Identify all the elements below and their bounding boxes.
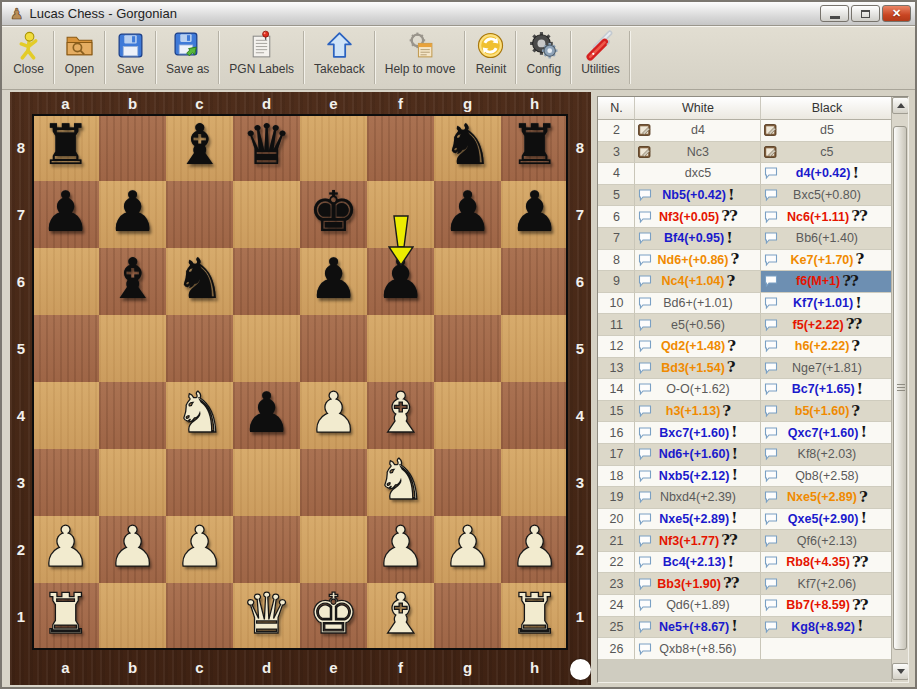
move-cell-15-black[interactable]: b5(+1.60)?	[761, 401, 893, 423]
rank-label-left-5: 5	[10, 315, 32, 382]
file-label-bottom-b: b	[99, 650, 166, 685]
move-text: f5(+2.22)	[793, 318, 844, 332]
comment-bubble-icon	[638, 556, 652, 569]
nag-mark: ?	[855, 252, 863, 267]
comment-bubble-icon	[764, 297, 778, 310]
window-title: Lucas Chess - Gorgonian	[29, 6, 176, 21]
black-king[interactable]: ♚	[308, 184, 358, 240]
move-cell-9-white[interactable]: Nc4(+1.04)?	[635, 271, 761, 293]
nag-mark: !	[728, 555, 734, 570]
square-a2[interactable]: ♟	[32, 516, 99, 583]
move-cell-14-black[interactable]: Bc7(+1.65)!	[761, 379, 893, 401]
move-text: Kf7(+2.06)	[798, 577, 857, 591]
square-f5[interactable]	[367, 315, 434, 382]
move-cell-24-white[interactable]: Qd6(+1.89)	[635, 595, 761, 617]
move-row-21: 21Nf3(+1.77)??Qf6(+2.13)	[598, 530, 908, 552]
move-text: Nd6+(+0.86)	[658, 253, 729, 267]
move-cell-7-black[interactable]: Bb6(+1.40)	[761, 228, 893, 250]
reinit-button[interactable]: Reinit	[466, 26, 515, 89]
black-bishop[interactable]: ♝	[174, 117, 224, 173]
toolbar-button-label: Utilities	[581, 62, 620, 76]
square-g5[interactable]	[434, 315, 501, 382]
square-e2[interactable]	[300, 516, 367, 583]
square-c4[interactable]: ♞	[166, 382, 233, 449]
nag-mark: ??	[852, 555, 868, 570]
move-cell-16-white[interactable]: Bxc7(+1.60)!	[635, 422, 761, 444]
move-cell-16-black[interactable]: Qxc7(+1.60)!	[761, 422, 893, 444]
square-a6[interactable]	[32, 248, 99, 315]
black-pawn[interactable]: ♟	[375, 251, 425, 307]
square-h3[interactable]	[501, 449, 568, 516]
nag-mark: ??	[721, 209, 737, 224]
square-d7[interactable]	[233, 181, 300, 248]
move-row-7: 7Bf4(+0.95)!Bb6(+1.40)	[598, 228, 908, 250]
scrollbar-thumb[interactable]	[893, 126, 907, 650]
square-h6[interactable]	[501, 248, 568, 315]
save-button[interactable]: Save	[106, 26, 155, 89]
move-cell-12-white[interactable]: Qd2(+1.48)?	[635, 336, 761, 358]
move-cell-21-black[interactable]: Qf6(+2.13)	[761, 530, 893, 552]
rank-label-left-8: 8	[10, 114, 32, 181]
square-c5[interactable]	[166, 315, 233, 382]
rank-label-left-7: 7	[10, 181, 32, 248]
black-pawn[interactable]: ♟	[509, 184, 559, 240]
move-text: Nxb5(+2.12)	[659, 469, 730, 483]
black-pawn[interactable]: ♟	[442, 184, 492, 240]
move-number-3: 3	[598, 142, 635, 164]
moves-table-header: N. White Black	[598, 97, 908, 120]
move-cell-3-black[interactable]: c5	[761, 142, 893, 164]
help-to-move-button[interactable]: Help to move	[376, 26, 465, 89]
move-cell-25-white[interactable]: Ne5+(+8.67)!	[635, 617, 761, 639]
nag-mark: ?	[851, 339, 859, 354]
white-queen[interactable]: ♛	[241, 586, 291, 642]
board-corner	[568, 650, 592, 685]
square-a5[interactable]	[32, 315, 99, 382]
white-rook[interactable]: ♜	[509, 586, 559, 642]
comment-bubble-icon	[638, 340, 652, 353]
move-cell-5-black[interactable]: Bxc5(+0.80)	[761, 185, 893, 207]
move-text: Kf7(+1.01)	[793, 296, 853, 310]
comment-bubble-icon	[764, 599, 778, 612]
maximize-icon	[861, 10, 870, 18]
move-text: Bb7(+8.59)	[786, 598, 850, 612]
move-text: dxc5	[685, 166, 711, 180]
move-cell-20-black[interactable]: Qxe5(+2.90)!	[761, 509, 893, 531]
square-c8[interactable]: ♝	[166, 114, 233, 181]
black-pawn[interactable]: ♟	[107, 184, 157, 240]
square-g4[interactable]	[434, 382, 501, 449]
square-b7[interactable]: ♟	[99, 181, 166, 248]
comment-bubble-icon	[764, 448, 778, 461]
rank-label-left-6: 6	[10, 248, 32, 315]
nag-mark: ?	[730, 252, 738, 267]
square-b6[interactable]: ♝	[99, 248, 166, 315]
nag-mark: ??	[846, 317, 862, 332]
white-pawn[interactable]: ♟	[509, 519, 559, 575]
square-b4[interactable]	[99, 382, 166, 449]
square-g6[interactable]	[434, 248, 501, 315]
comment-bubble-icon	[764, 512, 778, 525]
move-cell-24-black[interactable]: Bb7(+8.59)??	[761, 595, 893, 617]
minimize-button[interactable]	[820, 5, 849, 22]
white-pawn[interactable]: ♟	[442, 519, 492, 575]
move-cell-18-white[interactable]: Nxb5(+2.12)!	[635, 466, 761, 488]
close-icon: ✕	[892, 8, 901, 19]
vertical-scrollbar[interactable]	[891, 97, 908, 682]
white-bishop[interactable]: ♝	[375, 385, 425, 441]
square-d5[interactable]	[233, 315, 300, 382]
square-b3[interactable]	[99, 449, 166, 516]
annotation-icon	[638, 124, 652, 137]
comment-bubble-icon	[638, 275, 652, 288]
square-h2[interactable]: ♟	[501, 516, 568, 583]
square-h7[interactable]: ♟	[501, 181, 568, 248]
square-e3[interactable]	[300, 449, 367, 516]
square-e7[interactable]: ♚	[300, 181, 367, 248]
move-text: O-O(+1.62)	[666, 382, 730, 396]
move-cell-5-white[interactable]: Nb5(+0.42)!	[635, 185, 761, 207]
reinit-icon	[475, 30, 506, 61]
move-cell-26-white[interactable]: Qxb8+(+8.56)	[635, 638, 761, 660]
square-b2[interactable]: ♟	[99, 516, 166, 583]
square-e5[interactable]	[300, 315, 367, 382]
black-knight[interactable]: ♞	[442, 117, 492, 173]
square-e1[interactable]: ♚	[300, 583, 367, 650]
move-row-3: 3Nc3c5	[598, 142, 908, 164]
square-g1[interactable]	[434, 583, 501, 650]
black-rook[interactable]: ♜	[509, 117, 559, 173]
file-label-bottom-d: d	[233, 650, 300, 685]
open-button[interactable]: Open	[55, 26, 104, 89]
square-d2[interactable]	[233, 516, 300, 583]
nag-mark: ?	[851, 404, 859, 419]
takeback-button[interactable]: Takeback	[305, 26, 374, 89]
move-text: Nc3	[687, 145, 709, 159]
square-d6[interactable]	[233, 248, 300, 315]
move-cell-8-white[interactable]: Nd6+(+0.86)?	[635, 250, 761, 272]
move-row-16: 16Bxc7(+1.60)!Qxc7(+1.60)!	[598, 422, 908, 444]
move-cell-22-white[interactable]: Bc4(+2.13)!	[635, 552, 761, 574]
move-cell-9-black[interactable]: f6(M+1)??	[761, 271, 893, 293]
move-text: Nc4(+1.04)	[662, 274, 725, 288]
square-b8[interactable]	[99, 114, 166, 181]
move-text: Bb6(+1.40)	[796, 231, 858, 245]
move-row-14: 14O-O(+1.62)Bc7(+1.65)!	[598, 379, 908, 401]
square-c3[interactable]	[166, 449, 233, 516]
square-c6[interactable]: ♞	[166, 248, 233, 315]
move-text: Qxb8+(+8.56)	[659, 642, 736, 656]
square-f1[interactable]: ♝	[367, 583, 434, 650]
comment-bubble-icon	[764, 210, 778, 223]
move-number-13: 13	[598, 358, 635, 380]
square-d1[interactable]: ♛	[233, 583, 300, 650]
move-cell-7-white[interactable]: Bf4(+0.95)!	[635, 228, 761, 250]
black-pawn[interactable]: ♟	[40, 184, 90, 240]
rank-label-left-4: 4	[10, 382, 32, 449]
move-cell-23-white[interactable]: Bb3(+1.90)??	[635, 573, 761, 595]
move-row-20: 20Nxe5(+2.89)!Qxe5(+2.90)!	[598, 509, 908, 531]
nag-mark: ?	[727, 360, 735, 375]
move-cell-20-white[interactable]: Nxe5(+2.89)!	[635, 509, 761, 531]
black-rook[interactable]: ♜	[40, 117, 90, 173]
save-floppy-icon	[115, 30, 146, 61]
white-knight[interactable]: ♞	[375, 452, 425, 508]
square-f3[interactable]: ♞	[367, 449, 434, 516]
comment-bubble-icon	[638, 491, 652, 504]
minimize-icon	[830, 16, 840, 19]
comment-bubble-icon	[638, 405, 652, 418]
square-h4[interactable]	[501, 382, 568, 449]
move-cell-4-white[interactable]: dxc5	[635, 163, 761, 185]
square-d8[interactable]: ♛	[233, 114, 300, 181]
square-a1[interactable]: ♜	[32, 583, 99, 650]
nag-mark: !	[852, 166, 858, 181]
square-f8[interactable]	[367, 114, 434, 181]
square-c1[interactable]	[166, 583, 233, 650]
rank-label-right-8: 8	[568, 114, 592, 181]
moves-rows: 2d4d53Nc3c54dxc5d4(+0.42)!5Nb5(+0.42)!Bx…	[598, 120, 908, 660]
move-number-5: 5	[598, 185, 635, 207]
rank-label-right-2: 2	[568, 516, 592, 583]
comment-bubble-icon	[764, 361, 778, 374]
move-text: b5(+1.60)	[795, 404, 850, 418]
nag-mark: !	[728, 188, 734, 203]
square-h1[interactable]: ♜	[501, 583, 568, 650]
white-pawn[interactable]: ♟	[375, 519, 425, 575]
move-number-9: 9	[598, 271, 635, 293]
nag-mark: !	[731, 619, 737, 634]
move-text: c5	[820, 145, 833, 159]
rank-label-right-5: 5	[568, 315, 592, 382]
comment-bubble-icon	[638, 534, 652, 547]
square-g8[interactable]: ♞	[434, 114, 501, 181]
nag-mark: ??	[842, 274, 858, 289]
pgn-labels-icon	[246, 30, 277, 61]
white-rook[interactable]: ♜	[40, 586, 90, 642]
move-cell-4-black[interactable]: d4(+0.42)!	[761, 163, 893, 185]
move-text: Bd3(+1.54)	[661, 361, 725, 375]
square-a8[interactable]: ♜	[32, 114, 99, 181]
square-g7[interactable]: ♟	[434, 181, 501, 248]
white-bishop[interactable]: ♝	[375, 586, 425, 642]
move-cell-8-black[interactable]: Ke7(+1.70)?	[761, 250, 893, 272]
move-cell-22-black[interactable]: Rb8(+4.35)??	[761, 552, 893, 574]
square-f2[interactable]: ♟	[367, 516, 434, 583]
square-d4[interactable]: ♟	[233, 382, 300, 449]
toolbar-button-label: Save	[117, 62, 144, 76]
move-number-24: 24	[598, 595, 635, 617]
black-bishop[interactable]: ♝	[107, 251, 157, 307]
black-pawn[interactable]: ♟	[241, 385, 291, 441]
move-cell-17-black[interactable]: Kf8(+2.03)	[761, 444, 893, 466]
move-cell-11-white[interactable]: e5(+0.56)	[635, 314, 761, 336]
move-cell-2-white[interactable]: d4	[635, 120, 761, 142]
move-text: e5(+0.56)	[671, 318, 725, 332]
move-number-25: 25	[598, 617, 635, 639]
nag-mark: ?	[727, 339, 735, 354]
comment-bubble-icon	[764, 556, 778, 569]
move-cell-12-black[interactable]: h6(+2.22)?	[761, 336, 893, 358]
move-text: Nge7(+1.81)	[792, 361, 862, 375]
move-number-10: 10	[598, 293, 635, 315]
black-knight[interactable]: ♞	[174, 251, 224, 307]
move-cell-19-black[interactable]: Nxe5(+2.89)?	[761, 487, 893, 509]
move-cell-15-white[interactable]: h3(+1.13)?	[635, 401, 761, 423]
white-pawn[interactable]: ♟	[174, 519, 224, 575]
close-button[interactable]: ✕	[882, 5, 911, 22]
comment-bubble-icon	[764, 340, 778, 353]
move-text: Qxc7(+1.60)	[788, 426, 859, 440]
move-cell-23-black[interactable]: Kf7(+2.06)	[761, 573, 893, 595]
move-text: Qb8(+2.58)	[795, 469, 859, 483]
comment-bubble-icon	[764, 620, 778, 633]
file-label-top-e: e	[300, 92, 367, 114]
square-f4[interactable]: ♝	[367, 382, 434, 449]
black-queen[interactable]: ♛	[241, 117, 291, 173]
header-black: Black	[761, 97, 893, 120]
app-pawn-icon: ♟	[10, 6, 23, 21]
file-label-bottom-f: f	[367, 650, 434, 685]
move-cell-13-white[interactable]: Bd3(+1.54)?	[635, 358, 761, 380]
save-as-button[interactable]: Save as	[157, 26, 218, 89]
move-text: Kf8(+2.03)	[798, 447, 857, 461]
comment-bubble-icon	[764, 189, 778, 202]
move-text: Bxc7(+1.60)	[659, 426, 729, 440]
square-b1[interactable]	[99, 583, 166, 650]
square-h5[interactable]	[501, 315, 568, 382]
square-c7[interactable]	[166, 181, 233, 248]
pgn-labels-button[interactable]: PGN Labels	[220, 26, 303, 89]
utilities-button[interactable]: Utilities	[572, 26, 629, 89]
comment-bubble-icon	[764, 491, 778, 504]
comment-bubble-icon	[638, 599, 652, 612]
file-label-top-b: b	[99, 92, 166, 114]
move-number-26: 26	[598, 638, 635, 660]
scrollbar-grip-icon	[897, 384, 905, 392]
move-row-17: 17Nd6+(+1.60)!Kf8(+2.03)	[598, 444, 908, 466]
move-number-21: 21	[598, 530, 635, 552]
square-a3[interactable]	[32, 449, 99, 516]
config-button[interactable]: Config	[517, 26, 570, 89]
comment-bubble-icon	[764, 275, 778, 288]
close-button[interactable]: Close	[4, 26, 53, 89]
square-b5[interactable]	[99, 315, 166, 382]
white-king[interactable]: ♚	[308, 586, 358, 642]
black-pawn[interactable]: ♟	[308, 251, 358, 307]
square-d3[interactable]	[233, 449, 300, 516]
square-a4[interactable]	[32, 382, 99, 449]
comment-bubble-icon	[638, 232, 652, 245]
move-number-22: 22	[598, 552, 635, 574]
takeback-arrow-icon	[324, 30, 355, 61]
nag-mark: !	[731, 468, 737, 483]
move-number-14: 14	[598, 379, 635, 401]
maximize-button[interactable]	[851, 5, 880, 22]
comment-bubble-icon	[764, 405, 778, 418]
move-cell-13-black[interactable]: Nge7(+1.81)	[761, 358, 893, 380]
move-text: Bf4(+0.95)	[664, 231, 724, 245]
square-c2[interactable]: ♟	[166, 516, 233, 583]
move-cell-6-black[interactable]: Nc6(+1.11)??	[761, 206, 893, 228]
comment-bubble-icon	[764, 383, 778, 396]
move-cell-2-black[interactable]: d5	[761, 120, 893, 142]
white-pawn[interactable]: ♟	[107, 519, 157, 575]
move-row-18: 18Nxb5(+2.12)!Qb8(+2.58)	[598, 466, 908, 488]
move-text: Kg8(+8.92)	[791, 620, 855, 634]
title-bar[interactable]: ♟ Lucas Chess - Gorgonian ✕	[2, 2, 915, 26]
square-f7[interactable]	[367, 181, 434, 248]
scroll-up-button[interactable]	[892, 97, 909, 114]
comment-bubble-icon	[638, 383, 652, 396]
move-text: Ke7(+1.70)	[791, 253, 854, 267]
move-row-26: 26Qxb8+(+8.56)	[598, 638, 908, 660]
rank-label-left-1: 1	[10, 583, 32, 650]
square-e8[interactable]	[300, 114, 367, 181]
move-text: Nc6(+1.11)	[787, 210, 849, 224]
move-cell-11-black[interactable]: f5(+2.22)??	[761, 314, 893, 336]
save-as-floppy-icon	[172, 30, 203, 61]
move-number-8: 8	[598, 250, 635, 272]
annotation-icon	[764, 145, 778, 158]
square-h8[interactable]: ♜	[501, 114, 568, 181]
square-e4[interactable]: ♟	[300, 382, 367, 449]
white-pawn[interactable]: ♟	[40, 519, 90, 575]
nag-mark: !	[726, 231, 732, 246]
move-text: Qd6(+1.89)	[666, 598, 730, 612]
move-row-25: 25Ne5+(+8.67)!Kg8(+8.92)!	[598, 617, 908, 639]
comment-bubble-icon	[638, 426, 652, 439]
rank-label-left-2: 2	[10, 516, 32, 583]
move-row-15: 15h3(+1.13)?b5(+1.60)?	[598, 401, 908, 423]
comment-bubble-icon	[638, 361, 652, 374]
scroll-down-icon	[897, 669, 905, 674]
rank-label-right-1: 1	[568, 583, 592, 650]
comment-bubble-icon	[638, 253, 652, 266]
move-text: Nbxd4(+2.39)	[660, 490, 736, 504]
move-cell-18-black[interactable]: Qb8(+2.58)	[761, 466, 893, 488]
square-g3[interactable]	[434, 449, 501, 516]
move-cell-10-white[interactable]: Bd6+(+1.01)	[635, 293, 761, 315]
move-cell-21-white[interactable]: Nf3(+1.77)??	[635, 530, 761, 552]
toolbar-separator	[629, 31, 631, 84]
move-cell-6-white[interactable]: Nf3(+0.05)??	[635, 206, 761, 228]
white-pawn[interactable]: ♟	[308, 385, 358, 441]
white-knight[interactable]: ♞	[174, 385, 224, 441]
rank-label-right-4: 4	[568, 382, 592, 449]
nag-mark: !	[857, 619, 863, 634]
move-cell-10-black[interactable]: Kf7(+1.01)!	[761, 293, 893, 315]
square-g2[interactable]: ♟	[434, 516, 501, 583]
square-f6[interactable]: ♟	[367, 248, 434, 315]
toolbar-button-label: Open	[65, 62, 94, 76]
move-cell-17-white[interactable]: Nd6+(+1.60)!	[635, 444, 761, 466]
comment-bubble-icon	[638, 297, 652, 310]
move-number-20: 20	[598, 509, 635, 531]
comment-bubble-icon	[638, 642, 652, 655]
move-cell-14-white[interactable]: O-O(+1.62)	[635, 379, 761, 401]
move-cell-25-black[interactable]: Kg8(+8.92)!	[761, 617, 893, 639]
comment-bubble-icon	[638, 318, 652, 331]
move-cell-3-white[interactable]: Nc3	[635, 142, 761, 164]
scroll-down-button[interactable]	[892, 663, 909, 680]
square-e6[interactable]: ♟	[300, 248, 367, 315]
move-row-23: 23Bb3(+1.90)??Kf7(+2.06)	[598, 573, 908, 595]
toolbar-button-label: PGN Labels	[229, 62, 294, 76]
nag-mark: !	[857, 382, 863, 397]
move-cell-19-white[interactable]: Nbxd4(+2.39)	[635, 487, 761, 509]
square-a7[interactable]: ♟	[32, 181, 99, 248]
